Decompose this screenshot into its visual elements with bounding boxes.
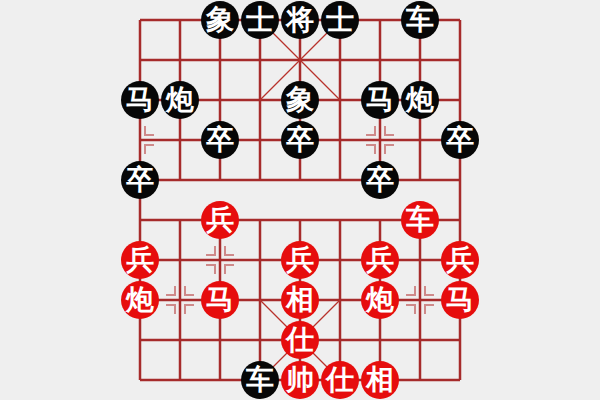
piece-black-cannon[interactable]: 炮 xyxy=(161,81,199,119)
piece-red-advisor[interactable]: 仕 xyxy=(321,361,359,399)
piece-black-advisor[interactable]: 士 xyxy=(241,1,279,39)
piece-black-soldier[interactable]: 卒 xyxy=(281,121,319,159)
piece-red-advisor[interactable]: 仕 xyxy=(281,321,319,359)
piece-black-cannon[interactable]: 炮 xyxy=(401,81,439,119)
piece-black-chariot[interactable]: 车 xyxy=(241,361,279,399)
piece-black-soldier[interactable]: 卒 xyxy=(201,121,239,159)
piece-black-general[interactable]: 将 xyxy=(281,1,319,39)
piece-red-soldier[interactable]: 兵 xyxy=(121,241,159,279)
piece-red-general[interactable]: 帅 xyxy=(281,361,319,399)
piece-red-soldier[interactable]: 兵 xyxy=(281,241,319,279)
piece-red-soldier[interactable]: 兵 xyxy=(441,241,479,279)
piece-red-chariot[interactable]: 车 xyxy=(401,201,439,239)
piece-black-advisor[interactable]: 士 xyxy=(321,1,359,39)
pieces-layer: 象士将士车马炮象马炮卒卒卒卒卒兵车兵兵兵兵炮马相炮马仕车帅仕相 xyxy=(120,0,480,400)
xiangqi-board: 象士将士车马炮象马炮卒卒卒卒卒兵车兵兵兵兵炮马相炮马仕车帅仕相 xyxy=(0,0,600,400)
piece-black-chariot[interactable]: 车 xyxy=(401,1,439,39)
piece-red-horse[interactable]: 马 xyxy=(441,281,479,319)
piece-red-soldier[interactable]: 兵 xyxy=(201,201,239,239)
piece-red-horse[interactable]: 马 xyxy=(201,281,239,319)
piece-black-elephant[interactable]: 象 xyxy=(281,81,319,119)
piece-black-soldier[interactable]: 卒 xyxy=(361,161,399,199)
piece-red-elephant[interactable]: 相 xyxy=(281,281,319,319)
piece-black-soldier[interactable]: 卒 xyxy=(441,121,479,159)
piece-black-elephant[interactable]: 象 xyxy=(201,1,239,39)
piece-red-soldier[interactable]: 兵 xyxy=(361,241,399,279)
piece-red-cannon[interactable]: 炮 xyxy=(361,281,399,319)
piece-red-elephant[interactable]: 相 xyxy=(361,361,399,399)
piece-red-cannon[interactable]: 炮 xyxy=(121,281,159,319)
piece-black-horse[interactable]: 马 xyxy=(361,81,399,119)
piece-black-soldier[interactable]: 卒 xyxy=(121,161,159,199)
piece-black-horse[interactable]: 马 xyxy=(121,81,159,119)
